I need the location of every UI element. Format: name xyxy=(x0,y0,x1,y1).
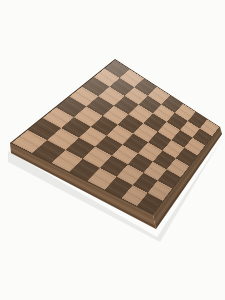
product-photo xyxy=(0,0,225,300)
